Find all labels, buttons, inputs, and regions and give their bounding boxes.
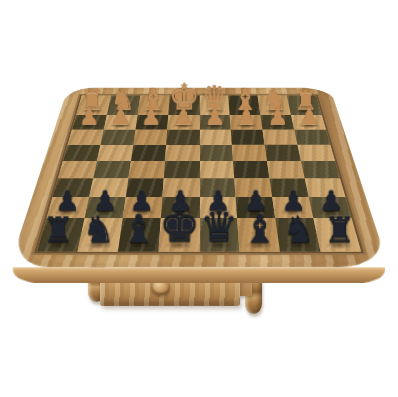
black-rook[interactable]: ♜	[323, 213, 355, 248]
square-d2[interactable]: ♟	[199, 115, 231, 130]
black-bishop[interactable]: ♝	[242, 209, 277, 248]
chessboard-rim: ♜♞♝♚♛♝♞♜♟♟♟♟♟♟♟♟♟♟♟♟♟♟♟♟♜♞♝♚♛♝♞♜	[9, 88, 389, 267]
white-pawn[interactable]: ♟	[205, 105, 226, 128]
square-c3[interactable]	[231, 130, 265, 145]
white-pawn[interactable]: ♟	[141, 105, 162, 128]
square-d5[interactable]	[200, 161, 235, 178]
square-d4[interactable]	[200, 145, 234, 161]
square-e3[interactable]	[166, 130, 200, 145]
black-king[interactable]: ♚	[159, 203, 200, 249]
black-knight[interactable]: ♞	[82, 212, 115, 248]
white-pawn[interactable]: ♟	[173, 105, 194, 128]
black-queen[interactable]: ♛	[201, 206, 239, 248]
square-g5[interactable]	[93, 161, 131, 178]
board-front-edge	[13, 267, 385, 283]
square-e8[interactable]: ♚	[158, 218, 200, 252]
white-pawn[interactable]: ♟	[78, 105, 99, 128]
square-c2[interactable]: ♟	[230, 115, 263, 130]
square-c8[interactable]: ♝	[238, 218, 281, 252]
square-a8[interactable]: ♜	[313, 218, 361, 252]
white-pawn[interactable]: ♟	[267, 105, 288, 128]
square-c4[interactable]	[232, 145, 267, 161]
board-grid: ♜♞♝♚♛♝♞♜♟♟♟♟♟♟♟♟♟♟♟♟♟♟♟♟♜♞♝♚♛♝♞♜	[37, 95, 361, 251]
square-a4[interactable]	[298, 145, 335, 161]
square-a2[interactable]: ♟	[291, 115, 326, 130]
photo-stage: ♜♞♝♚♛♝♞♜♟♟♟♟♟♟♟♟♟♟♟♟♟♟♟♟♜♞♝♚♛♝♞♜	[0, 0, 398, 397]
square-b4[interactable]	[265, 145, 301, 161]
square-e4[interactable]	[165, 145, 200, 161]
square-c5[interactable]	[233, 161, 269, 178]
square-d3[interactable]	[200, 130, 233, 145]
black-rook[interactable]: ♜	[43, 213, 75, 248]
square-f2[interactable]: ♟	[135, 115, 168, 130]
square-b8[interactable]: ♞	[276, 218, 321, 252]
square-g3[interactable]	[100, 130, 135, 145]
square-g8[interactable]: ♞	[77, 218, 122, 252]
square-b3[interactable]	[263, 130, 298, 145]
square-a3[interactable]	[294, 130, 330, 145]
square-g2[interactable]: ♟	[104, 115, 138, 130]
square-f5[interactable]	[128, 161, 164, 178]
square-g4[interactable]	[97, 145, 133, 161]
square-h4[interactable]	[63, 145, 100, 161]
square-h2[interactable]: ♟	[72, 115, 107, 130]
square-f8[interactable]: ♝	[118, 218, 161, 252]
square-b5[interactable]	[267, 161, 305, 178]
square-a5[interactable]	[301, 161, 340, 178]
square-f3[interactable]	[133, 130, 167, 145]
square-f4[interactable]	[131, 145, 166, 161]
white-pawn[interactable]: ♟	[299, 105, 320, 128]
square-d8[interactable]: ♛	[200, 218, 240, 252]
white-pawn[interactable]: ♟	[236, 105, 257, 128]
chessboard-tilt: ♜♞♝♚♛♝♞♜♟♟♟♟♟♟♟♟♟♟♟♟♟♟♟♟♜♞♝♚♛♝♞♜	[9, 88, 389, 267]
black-knight[interactable]: ♞	[283, 212, 316, 248]
white-pawn[interactable]: ♟	[110, 105, 131, 128]
square-e5[interactable]	[163, 161, 199, 178]
chessboard-scene: ♜♞♝♚♛♝♞♜♟♟♟♟♟♟♟♟♟♟♟♟♟♟♟♟♜♞♝♚♛♝♞♜	[44, 6, 354, 316]
square-h5[interactable]	[58, 161, 97, 178]
square-b2[interactable]: ♟	[261, 115, 295, 130]
black-bishop[interactable]: ♝	[121, 209, 156, 248]
square-h3[interactable]	[68, 130, 104, 145]
square-e2[interactable]: ♟	[167, 115, 200, 130]
